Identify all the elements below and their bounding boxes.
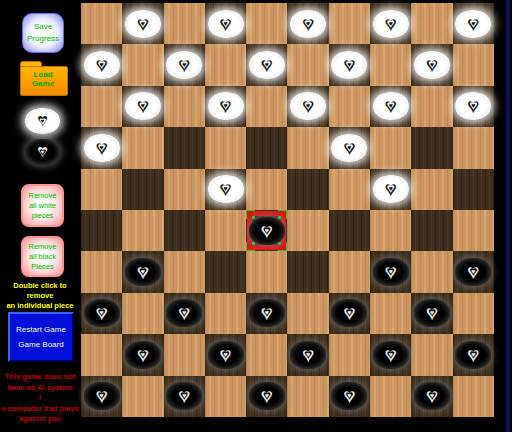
board-square-r5c6[interactable]	[329, 210, 370, 251]
board-square-r2c6[interactable]	[329, 86, 370, 127]
board-square-r8c0[interactable]	[81, 334, 122, 375]
white-checker-piece[interactable]: ♥♥♥	[208, 10, 244, 38]
board-square-r5c5[interactable]	[287, 210, 328, 251]
board-square-r1c1[interactable]	[122, 44, 163, 85]
white-checker-piece[interactable]: ♥♥♥	[290, 92, 326, 120]
board-square-r3c6[interactable]: ♥♥♥	[329, 127, 370, 168]
heart-icon: ♥	[265, 61, 269, 68]
board-square-r6c5[interactable]	[287, 251, 328, 292]
heart-icon: ♥	[347, 61, 351, 68]
heart-icon: ♥	[223, 186, 227, 193]
board-square-r8c5[interactable]: ♥♥♥	[287, 334, 328, 375]
black-checker-piece[interactable]: ♥♥♥	[414, 382, 450, 410]
board-square-r1c7[interactable]	[370, 44, 411, 85]
board-square-r5c1[interactable]	[122, 210, 163, 251]
board-square-r4c4[interactable]	[246, 169, 287, 210]
board-square-r6c9[interactable]: ♥♥♥	[453, 251, 494, 292]
board-square-r9c1[interactable]	[122, 376, 163, 417]
heart-icon: ♥	[265, 227, 269, 234]
board-square-r2c3[interactable]: ♥♥♥	[205, 86, 246, 127]
board-square-r7c3[interactable]	[205, 293, 246, 334]
board-square-r5c0[interactable]	[81, 210, 122, 251]
board-square-r2c4[interactable]	[246, 86, 287, 127]
board-square-r0c5[interactable]: ♥♥♥	[287, 3, 328, 44]
board-square-r6c2[interactable]	[164, 251, 205, 292]
board-square-r7c4[interactable]: ♥♥♥	[246, 293, 287, 334]
board-square-r2c9[interactable]: ♥♥♥	[453, 86, 494, 127]
board-square-r0c6[interactable]	[329, 3, 370, 44]
heart-icon: ♥	[265, 393, 269, 400]
heart-icon: ♥	[430, 61, 434, 68]
heart-icon: ♥	[306, 351, 310, 358]
board-square-r4c9[interactable]	[453, 169, 494, 210]
board-square-r7c6[interactable]: ♥♥♥	[329, 293, 370, 334]
heart-icon: ♥	[41, 118, 45, 124]
board-square-r7c1[interactable]	[122, 293, 163, 334]
heart-icon: ♥	[182, 393, 186, 400]
heart-icon: ♥	[471, 103, 475, 110]
board-square-r8c9[interactable]: ♥♥♥	[453, 334, 494, 375]
black-checker-piece[interactable]: ♥♥♥	[373, 341, 409, 369]
black-checker-piece-selected[interactable]: ♥♥♥	[249, 217, 285, 245]
board-square-r4c3[interactable]: ♥♥♥	[205, 169, 246, 210]
heart-icon: ♥	[430, 393, 434, 400]
remove-all-white-button[interactable]: Remove all white pieces	[21, 184, 64, 227]
board-square-r6c0[interactable]	[81, 251, 122, 292]
white-checker-piece[interactable]: ♥♥♥	[455, 92, 491, 120]
black-checker-piece[interactable]: ♥♥♥	[166, 299, 202, 327]
black-checker-piece[interactable]: ♥♥♥	[331, 299, 367, 327]
black-checker-piece[interactable]: ♥♥♥	[208, 341, 244, 369]
board-square-r6c4[interactable]	[246, 251, 287, 292]
board-square-r2c7[interactable]: ♥♥♥	[370, 86, 411, 127]
save-progress-label-line1: Save	[34, 23, 52, 31]
checkers-board: ♥♥♥♥♥♥♥♥♥♥♥♥♥♥♥♥♥♥♥♥♥♥♥♥♥♥♥♥♥♥♥♥♥♥♥♥♥♥♥♥…	[81, 3, 494, 417]
board-square-r6c3[interactable]	[205, 251, 246, 292]
heart-icon: ♥	[471, 351, 475, 358]
board-square-r6c6[interactable]	[329, 251, 370, 292]
board-square-r2c5[interactable]: ♥♥♥	[287, 86, 328, 127]
board-square-r5c4[interactable]: ♥♥♥	[246, 210, 287, 251]
board-square-r6c8[interactable]	[411, 251, 452, 292]
board-square-r4c2[interactable]	[164, 169, 205, 210]
board-square-r3c7[interactable]	[370, 127, 411, 168]
board-square-r5c2[interactable]	[164, 210, 205, 251]
white-checker-piece[interactable]: ♥♥♥	[414, 51, 450, 79]
board-square-r5c8[interactable]	[411, 210, 452, 251]
board-square-r8c2[interactable]	[164, 334, 205, 375]
heart-icon: ♥	[141, 351, 145, 358]
board-square-r7c2[interactable]: ♥♥♥	[164, 293, 205, 334]
black-checker-piece[interactable]: ♥♥♥	[455, 258, 491, 286]
black-checker-piece[interactable]: ♥♥♥	[125, 258, 161, 286]
white-checker-piece[interactable]: ♥♥♥	[331, 134, 367, 162]
load-game-label: Load Game	[20, 71, 66, 88]
heart-icon: ♥	[141, 103, 145, 110]
board-square-r3c0[interactable]: ♥♥♥	[81, 127, 122, 168]
white-checker-piece[interactable]: ♥♥♥	[208, 92, 244, 120]
board-square-r9c5[interactable]	[287, 376, 328, 417]
window-right-edge	[506, 0, 510, 432]
heart-icon: ♥	[306, 20, 310, 27]
board-square-r0c3[interactable]: ♥♥♥	[205, 3, 246, 44]
board-square-r4c5[interactable]	[287, 169, 328, 210]
board-square-r0c0[interactable]	[81, 3, 122, 44]
board-square-r0c9[interactable]: ♥♥♥	[453, 3, 494, 44]
black-checker-piece[interactable]: ♥♥♥	[373, 258, 409, 286]
white-checker-piece[interactable]: ♥♥♥	[455, 10, 491, 38]
board-square-r1c9[interactable]	[453, 44, 494, 85]
black-checker-piece[interactable]: ♥♥♥	[249, 299, 285, 327]
board-square-r1c5[interactable]	[287, 44, 328, 85]
board-square-r9c3[interactable]	[205, 376, 246, 417]
board-square-r0c8[interactable]	[411, 3, 452, 44]
board-square-r3c3[interactable]	[205, 127, 246, 168]
board-square-r9c8[interactable]: ♥♥♥	[411, 376, 452, 417]
heart-icon: ♥	[100, 393, 104, 400]
black-checker-piece[interactable]: ♥♥♥	[166, 382, 202, 410]
black-checker-piece[interactable]: ♥♥♥	[84, 299, 120, 327]
black-checker-piece[interactable]: ♥♥♥	[84, 382, 120, 410]
remove-all-black-button[interactable]: Remove all black Pieces	[21, 236, 64, 277]
heart-icon: ♥	[430, 310, 434, 317]
black-checker-piece[interactable]: ♥♥♥	[125, 341, 161, 369]
board-square-r5c7[interactable]	[370, 210, 411, 251]
board-square-r8c6[interactable]	[329, 334, 370, 375]
white-checker-piece[interactable]: ♥♥♥	[208, 175, 244, 203]
heart-icon: ♥	[223, 351, 227, 358]
heart-icon: ♥	[471, 268, 475, 275]
black-checker-piece[interactable]: ♥♥♥	[290, 341, 326, 369]
board-square-r4c8[interactable]	[411, 169, 452, 210]
board-square-r2c1[interactable]: ♥♥♥	[122, 86, 163, 127]
board-square-r1c2[interactable]: ♥♥♥	[164, 44, 205, 85]
heart-icon: ♥	[182, 310, 186, 317]
heart-icon: ♥	[347, 310, 351, 317]
white-checker-piece[interactable]: ♥♥♥	[331, 51, 367, 79]
board-square-r1c8[interactable]: ♥♥♥	[411, 44, 452, 85]
heart-icon: ♥	[100, 61, 104, 68]
board-square-r3c2[interactable]	[164, 127, 205, 168]
heart-icon: ♥	[141, 268, 145, 275]
board-square-r7c0[interactable]: ♥♥♥	[81, 293, 122, 334]
board-square-r7c7[interactable]	[370, 293, 411, 334]
heart-icon: ♥	[306, 103, 310, 110]
heart-icon: ♥	[389, 20, 393, 27]
white-checker-piece[interactable]: ♥♥♥	[373, 175, 409, 203]
save-progress-label-line2: Progress	[27, 35, 59, 43]
heart-icon: ♥	[100, 144, 104, 151]
board-square-r3c5[interactable]	[287, 127, 328, 168]
board-square-r0c1[interactable]: ♥♥♥	[122, 3, 163, 44]
white-piece-sample[interactable]: ♥ ♥ ♥	[25, 108, 60, 134]
board-square-r8c3[interactable]: ♥♥♥	[205, 334, 246, 375]
board-square-r4c7[interactable]: ♥♥♥	[370, 169, 411, 210]
heart-icon: ♥	[182, 61, 186, 68]
heart-icon: ♥	[389, 103, 393, 110]
board-square-r2c0[interactable]	[81, 86, 122, 127]
board-square-r4c6[interactable]	[329, 169, 370, 210]
board-square-r9c4[interactable]: ♥♥♥	[246, 376, 287, 417]
white-checker-piece[interactable]: ♥♥♥	[373, 10, 409, 38]
black-checker-piece[interactable]: ♥♥♥	[331, 382, 367, 410]
board-square-r1c4[interactable]: ♥♥♥	[246, 44, 287, 85]
board-square-r9c6[interactable]: ♥♥♥	[329, 376, 370, 417]
heart-icon: ♥	[389, 186, 393, 193]
save-progress-button[interactable]: Save Progress	[22, 13, 64, 53]
heart-icon: ♥	[389, 351, 393, 358]
board-square-r4c0[interactable]	[81, 169, 122, 210]
white-checker-piece[interactable]: ♥♥♥	[373, 92, 409, 120]
board-square-r5c3[interactable]	[205, 210, 246, 251]
heart-icon: ♥	[389, 268, 393, 275]
white-checker-piece[interactable]: ♥♥♥	[290, 10, 326, 38]
white-checker-piece[interactable]: ♥♥♥	[249, 51, 285, 79]
heart-icon: ♥	[141, 20, 145, 27]
board-square-r1c0[interactable]: ♥♥♥	[81, 44, 122, 85]
restart-game-button[interactable]: Restart Game Game Board	[8, 312, 74, 362]
board-square-r2c8[interactable]	[411, 86, 452, 127]
white-checker-piece[interactable]: ♥♥♥	[166, 51, 202, 79]
board-square-r8c1[interactable]: ♥♥♥	[122, 334, 163, 375]
ai-note-text: This game does not have an AI system / a…	[0, 372, 80, 425]
black-piece-sample[interactable]: ♥ ♥ ♥	[25, 139, 60, 165]
board-square-r3c4[interactable]	[246, 127, 287, 168]
board-square-r7c5[interactable]	[287, 293, 328, 334]
board-square-r6c7[interactable]: ♥♥♥	[370, 251, 411, 292]
board-square-r7c8[interactable]: ♥♥♥	[411, 293, 452, 334]
black-checker-piece[interactable]: ♥♥♥	[249, 382, 285, 410]
board-square-r3c9[interactable]	[453, 127, 494, 168]
heart-icon: ♥	[223, 103, 227, 110]
heart-icon: ♥	[347, 393, 351, 400]
checkers-app-window: Save Progress Load Game ♥ ♥ ♥ ♥ ♥ ♥ Remo…	[0, 0, 512, 432]
board-square-r0c7[interactable]: ♥♥♥	[370, 3, 411, 44]
white-checker-piece[interactable]: ♥♥♥	[125, 10, 161, 38]
white-checker-piece[interactable]: ♥♥♥	[84, 134, 120, 162]
heart-icon: ♥	[471, 20, 475, 27]
load-game-button[interactable]: Load Game	[20, 66, 66, 94]
board-square-r7c9[interactable]	[453, 293, 494, 334]
board-square-r0c2[interactable]	[164, 3, 205, 44]
board-square-r4c1[interactable]	[122, 169, 163, 210]
heart-icon: ♥	[41, 149, 45, 155]
board-square-r0c4[interactable]	[246, 3, 287, 44]
heart-icon: ♥	[265, 310, 269, 317]
board-square-r1c3[interactable]	[205, 44, 246, 85]
heart-icon: ♥	[223, 20, 227, 27]
board-square-r8c4[interactable]	[246, 334, 287, 375]
board-square-r2c2[interactable]	[164, 86, 205, 127]
board-square-r3c1[interactable]	[122, 127, 163, 168]
board-square-r3c8[interactable]	[411, 127, 452, 168]
black-checker-piece[interactable]: ♥♥♥	[455, 341, 491, 369]
board-square-r9c2[interactable]: ♥♥♥	[164, 376, 205, 417]
board-square-r1c6[interactable]: ♥♥♥	[329, 44, 370, 85]
white-checker-piece[interactable]: ♥♥♥	[125, 92, 161, 120]
board-square-r9c7[interactable]	[370, 376, 411, 417]
white-checker-piece[interactable]: ♥♥♥	[84, 51, 120, 79]
board-square-r8c8[interactable]	[411, 334, 452, 375]
black-checker-piece[interactable]: ♥♥♥	[414, 299, 450, 327]
heart-icon: ♥	[100, 310, 104, 317]
board-square-r8c7[interactable]: ♥♥♥	[370, 334, 411, 375]
double-click-hint-text: Double click to remove an individual pie…	[0, 281, 80, 311]
board-square-r9c0[interactable]: ♥♥♥	[81, 376, 122, 417]
board-square-r6c1[interactable]: ♥♥♥	[122, 251, 163, 292]
heart-icon: ♥	[347, 144, 351, 151]
board-square-r9c9[interactable]	[453, 376, 494, 417]
board-square-r5c9[interactable]	[453, 210, 494, 251]
